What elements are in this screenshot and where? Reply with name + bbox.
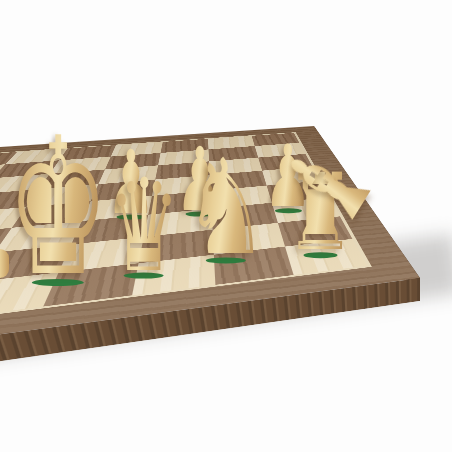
king-glyph: ♚	[7, 132, 109, 284]
pieces-layer: ♚♛♟♟♞♟♜♝	[0, 0, 452, 452]
piece-white-king: ♚	[0, 132, 143, 284]
piece-white-bishop-fallen: ♝	[279, 140, 379, 230]
bishop-glyph: ♝	[273, 133, 384, 237]
chess-product-photo: ♚♛♟♟♞♟♜♝	[0, 0, 452, 452]
